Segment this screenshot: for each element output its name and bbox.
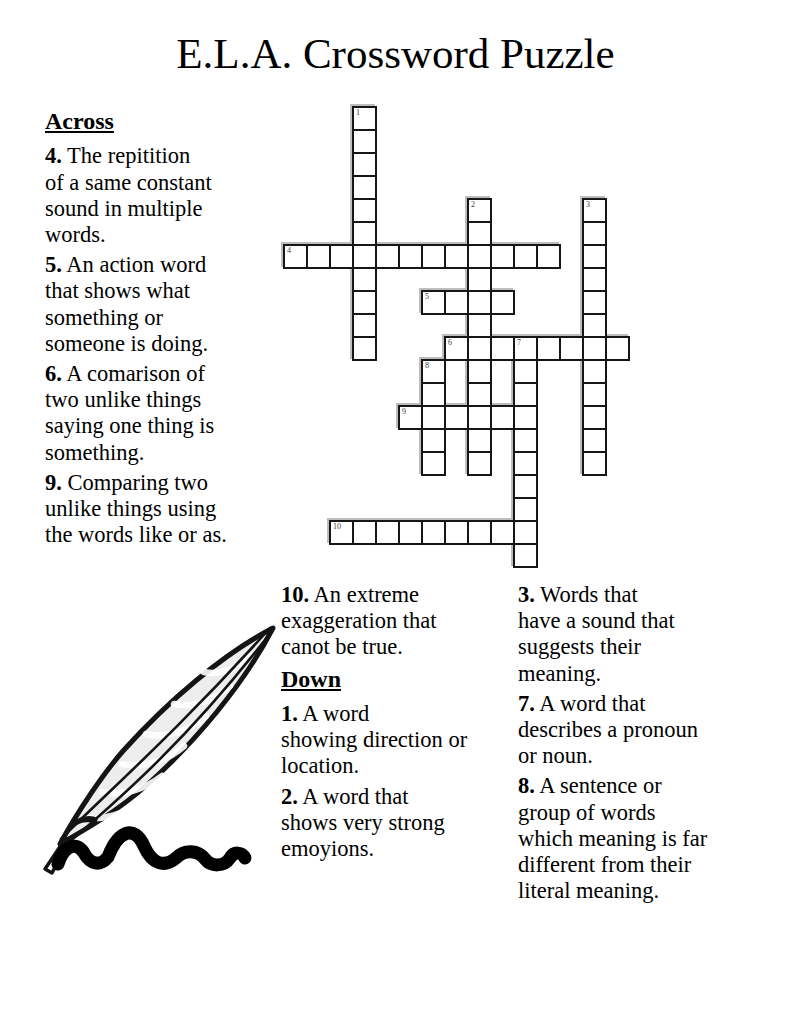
- grid-cell[interactable]: [352, 198, 377, 223]
- grid-cell[interactable]: [352, 267, 377, 292]
- grid-cell[interactable]: [513, 474, 538, 499]
- grid-cell[interactable]: [421, 405, 446, 430]
- clue-10-number: 10.: [281, 582, 309, 607]
- clue-7-text: A word that describes a pronoun or noun.: [518, 691, 698, 768]
- clue-4-across: 4. The repitition of a same constant sou…: [45, 143, 277, 248]
- grid-cell[interactable]: [352, 129, 377, 154]
- grid-cell[interactable]: [467, 451, 492, 476]
- clue-1-text: A word showing direction or location.: [281, 701, 467, 778]
- clue-8-down: 8. A sentence or group of words which me…: [518, 773, 758, 904]
- grid-cell[interactable]: [421, 428, 446, 453]
- grid-cell[interactable]: [582, 313, 607, 338]
- clue-number: 2: [471, 200, 475, 209]
- clue-1-down: 1. A word showing direction or location.: [281, 701, 511, 780]
- grid-cell[interactable]: [352, 175, 377, 200]
- page-title: E.L.A. Crossword Puzzle: [0, 30, 791, 77]
- grid-cell[interactable]: [306, 244, 331, 269]
- grid-cell[interactable]: [467, 244, 492, 269]
- grid-cell[interactable]: [582, 359, 607, 384]
- clue-8-number: 8.: [518, 773, 535, 798]
- grid-cell[interactable]: [467, 428, 492, 453]
- grid-cell[interactable]: [467, 359, 492, 384]
- grid-cell[interactable]: [513, 520, 538, 545]
- clue-7-number: 7.: [518, 691, 535, 716]
- grid-cell[interactable]: [490, 244, 515, 269]
- clue-6-number: 6.: [45, 361, 62, 386]
- clue-9-across: 9. Comparing two unlike things using the…: [45, 470, 277, 549]
- grid-cell[interactable]: [513, 244, 538, 269]
- grid-cell[interactable]: [467, 405, 492, 430]
- right-clues-column: 3. Words that have a sound that suggests…: [518, 582, 758, 908]
- grid-cell[interactable]: [582, 290, 607, 315]
- grid-cell[interactable]: [398, 520, 423, 545]
- clue-number: 4: [287, 246, 291, 255]
- grid-cell[interactable]: [513, 428, 538, 453]
- grid-cell[interactable]: [421, 244, 446, 269]
- clue-2-text: A word that shows very strong emoyions.: [281, 784, 445, 861]
- grid-cell[interactable]: [421, 451, 446, 476]
- clue-8-text: A sentence or group of words which meani…: [518, 773, 707, 903]
- grid-cell[interactable]: [536, 336, 561, 361]
- clue-3-number: 3.: [518, 582, 535, 607]
- grid-cell[interactable]: 6: [444, 336, 469, 361]
- grid-cell[interactable]: 10: [329, 520, 354, 545]
- grid-cell[interactable]: [536, 244, 561, 269]
- clue-4-text: The repitition of a same constant sound …: [45, 143, 212, 247]
- grid-cell[interactable]: [352, 152, 377, 177]
- across-clues-column: Across 4. The repitition of a same const…: [45, 108, 277, 552]
- grid-cell[interactable]: [513, 451, 538, 476]
- grid-cell[interactable]: [375, 520, 400, 545]
- grid-cell[interactable]: [444, 244, 469, 269]
- grid-cell[interactable]: [490, 336, 515, 361]
- grid-cell[interactable]: [421, 520, 446, 545]
- clue-number: 3: [586, 200, 590, 209]
- clue-3-down: 3. Words that have a sound that suggests…: [518, 582, 758, 687]
- grid-cell[interactable]: [329, 244, 354, 269]
- grid-cell[interactable]: [513, 543, 538, 568]
- grid-cell[interactable]: [444, 405, 469, 430]
- middle-clues-column: 10. An extreme exaggeration that canot b…: [281, 582, 511, 866]
- grid-cell[interactable]: 7: [513, 336, 538, 361]
- grid-cell[interactable]: [352, 313, 377, 338]
- grid-cell[interactable]: 4: [283, 244, 308, 269]
- grid-cell[interactable]: [605, 336, 630, 361]
- grid-cell[interactable]: [421, 382, 446, 407]
- clue-number: 8: [425, 361, 429, 370]
- grid-cell[interactable]: [582, 428, 607, 453]
- grid-cell[interactable]: [582, 382, 607, 407]
- clue-number: 1: [356, 108, 360, 117]
- grid-cell[interactable]: [352, 221, 377, 246]
- clue-3-text: Words that have a sound that suggests th…: [518, 582, 675, 686]
- clue-number: 6: [448, 338, 452, 347]
- grid-cell[interactable]: 8: [421, 359, 446, 384]
- clue-5-number: 5.: [45, 252, 62, 277]
- grid-cell[interactable]: [582, 267, 607, 292]
- grid-cell[interactable]: 2: [467, 198, 492, 223]
- grid-cell[interactable]: [582, 244, 607, 269]
- clue-4-number: 4.: [45, 143, 62, 168]
- grid-cell[interactable]: 1: [352, 106, 377, 131]
- grid-cell[interactable]: [467, 221, 492, 246]
- clue-number: 9: [402, 407, 406, 416]
- grid-cell[interactable]: 9: [398, 405, 423, 430]
- clue-6-across: 6. A comarison of two unlike things sayi…: [45, 361, 277, 466]
- clue-9-text: Comparing two unlike things using the wo…: [45, 470, 227, 547]
- grid-cell[interactable]: [467, 313, 492, 338]
- clue-5-across: 5. An action word that shows what someth…: [45, 252, 277, 357]
- grid-cell[interactable]: [398, 244, 423, 269]
- ink-squiggle: [58, 833, 245, 865]
- clue-number: 10: [333, 522, 341, 531]
- down-heading: Down: [281, 666, 511, 692]
- grid-cell[interactable]: [467, 290, 492, 315]
- grid-cell[interactable]: [490, 520, 515, 545]
- grid-cell[interactable]: [582, 221, 607, 246]
- grid-cell[interactable]: [513, 359, 538, 384]
- clue-number: 5: [425, 292, 429, 301]
- grid-cell[interactable]: 5: [421, 290, 446, 315]
- clue-9-number: 9.: [45, 470, 62, 495]
- quill-feather-illustration: [28, 606, 296, 898]
- grid-cell[interactable]: [513, 382, 538, 407]
- grid-cell[interactable]: [559, 336, 584, 361]
- grid-cell[interactable]: 3: [582, 198, 607, 223]
- clue-10-across: 10. An extreme exaggeration that canot b…: [281, 582, 511, 661]
- clue-5-text: An action word that shows what something…: [45, 252, 208, 356]
- grid-cell[interactable]: [352, 520, 377, 545]
- grid-cell[interactable]: [444, 520, 469, 545]
- grid-cell[interactable]: [467, 267, 492, 292]
- grid-cell[interactable]: [352, 290, 377, 315]
- clue-7-down: 7. A word that describes a pronoun or no…: [518, 691, 758, 770]
- grid-cell[interactable]: [467, 336, 492, 361]
- grid-cell[interactable]: [513, 405, 538, 430]
- clue-6-text: A comarison of two unlike things saying …: [45, 361, 214, 465]
- grid-cell[interactable]: [352, 336, 377, 361]
- grid-cell[interactable]: [490, 290, 515, 315]
- crossword-grid: 12345678910: [283, 106, 630, 568]
- grid-cell[interactable]: [352, 244, 377, 269]
- clue-number: 7: [517, 338, 521, 347]
- grid-cell[interactable]: [467, 382, 492, 407]
- grid-cell[interactable]: [444, 290, 469, 315]
- grid-cell[interactable]: [467, 520, 492, 545]
- worksheet-page: E.L.A. Crossword Puzzle Across 4. The re…: [0, 0, 791, 1024]
- grid-cell[interactable]: [513, 497, 538, 522]
- grid-cell[interactable]: [582, 405, 607, 430]
- across-heading: Across: [45, 108, 277, 134]
- grid-cell[interactable]: [490, 405, 515, 430]
- grid-cell[interactable]: [582, 451, 607, 476]
- grid-cell[interactable]: [375, 244, 400, 269]
- clue-2-down: 2. A word that shows very strong emoyion…: [281, 784, 511, 863]
- grid-cell[interactable]: [582, 336, 607, 361]
